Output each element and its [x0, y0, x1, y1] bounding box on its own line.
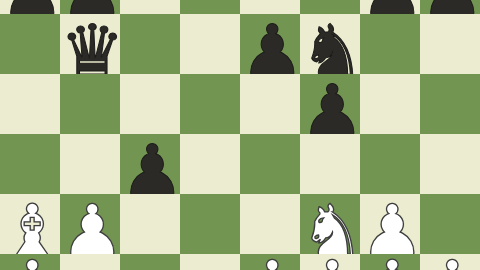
square-a6[interactable]: [0, 14, 60, 74]
square-b5[interactable]: [60, 74, 120, 134]
square-e4[interactable]: [240, 134, 300, 194]
square-a4[interactable]: [0, 134, 60, 194]
square-f5[interactable]: ♟: [300, 74, 360, 134]
square-h5[interactable]: [420, 74, 480, 134]
square-a2[interactable]: ♟: [0, 254, 60, 270]
square-f4[interactable]: [300, 134, 360, 194]
square-a5[interactable]: [0, 74, 60, 134]
square-h4[interactable]: [420, 134, 480, 194]
piece-white-pawn-e2[interactable]: ♟: [240, 251, 300, 270]
square-h6[interactable]: [420, 14, 480, 74]
square-e2[interactable]: ♟: [240, 254, 300, 270]
square-a3[interactable]: ♝: [0, 194, 60, 254]
square-f3[interactable]: ♞: [300, 194, 360, 254]
square-f6[interactable]: ♞: [300, 14, 360, 74]
square-e7[interactable]: [240, 0, 300, 14]
square-g6[interactable]: [360, 14, 420, 74]
square-h7[interactable]: ♟: [420, 0, 480, 14]
square-e3[interactable]: [240, 194, 300, 254]
square-c4[interactable]: ♟: [120, 134, 180, 194]
square-c2[interactable]: [120, 254, 180, 270]
square-d3[interactable]: [180, 194, 240, 254]
square-g4[interactable]: [360, 134, 420, 194]
piece-white-pawn-h2[interactable]: ♟: [420, 251, 480, 270]
board-viewport: ♟♟♟♟♛♟♞♟♟♝♟♞♟♟♟♟♝♟: [0, 0, 480, 270]
square-e6[interactable]: ♟: [240, 14, 300, 74]
square-f7[interactable]: [300, 0, 360, 14]
chess-board[interactable]: ♟♟♟♟♛♟♞♟♟♝♟♞♟♟♟♟♝♟: [0, 0, 480, 270]
piece-white-pawn-a2[interactable]: ♟: [0, 251, 60, 270]
square-f2[interactable]: ♟: [300, 254, 360, 270]
square-d4[interactable]: [180, 134, 240, 194]
square-c7[interactable]: [120, 0, 180, 14]
square-h3[interactable]: [420, 194, 480, 254]
square-b7[interactable]: ♟: [60, 0, 120, 14]
piece-white-pawn-f2[interactable]: ♟: [300, 251, 360, 270]
square-h2[interactable]: ♟: [420, 254, 480, 270]
square-b6[interactable]: ♛: [60, 14, 120, 74]
square-g7[interactable]: ♟: [360, 0, 420, 14]
square-b4[interactable]: [60, 134, 120, 194]
square-e5[interactable]: [240, 74, 300, 134]
square-a7[interactable]: ♟: [0, 0, 60, 14]
square-c3[interactable]: [120, 194, 180, 254]
square-g3[interactable]: ♟: [360, 194, 420, 254]
square-g5[interactable]: [360, 74, 420, 134]
square-d7[interactable]: [180, 0, 240, 14]
square-g2[interactable]: ♝: [360, 254, 420, 270]
square-c6[interactable]: [120, 14, 180, 74]
piece-white-bishop-g2[interactable]: ♝: [360, 251, 420, 270]
square-d6[interactable]: [180, 14, 240, 74]
square-d5[interactable]: [180, 74, 240, 134]
square-c5[interactable]: [120, 74, 180, 134]
square-b3[interactable]: ♟: [60, 194, 120, 254]
square-d2[interactable]: [180, 254, 240, 270]
square-b2[interactable]: [60, 254, 120, 270]
